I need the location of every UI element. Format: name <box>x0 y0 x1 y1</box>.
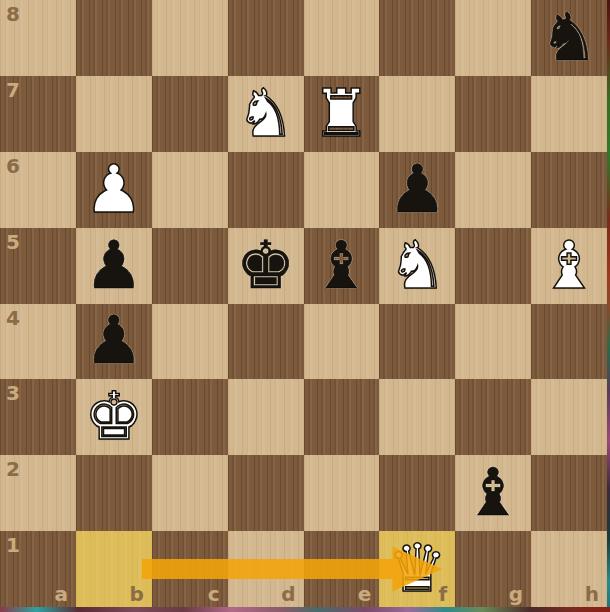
square-e6[interactable] <box>304 152 380 228</box>
square-h7[interactable] <box>531 76 607 152</box>
square-a2[interactable]: 2 <box>0 455 76 531</box>
square-g3[interactable] <box>455 379 531 455</box>
rank-label-1: 1 <box>6 535 20 555</box>
piece-black-bishop-g2[interactable]: ♝ <box>455 455 531 531</box>
square-e7[interactable]: ♜ <box>304 76 380 152</box>
square-g2[interactable]: ♝ <box>455 455 531 531</box>
rank-label-7: 7 <box>6 80 20 100</box>
file-label-d: d <box>281 584 295 604</box>
square-h2[interactable] <box>531 455 607 531</box>
square-a6[interactable]: 6 <box>0 152 76 228</box>
piece-white-pawn-b6[interactable]: ♟ <box>76 152 152 228</box>
square-g1[interactable]: g <box>455 531 531 607</box>
square-a7[interactable]: 7 <box>0 76 76 152</box>
square-d7[interactable]: ♞ <box>228 76 304 152</box>
rank-label-8: 8 <box>6 4 20 24</box>
square-e2[interactable] <box>304 455 380 531</box>
square-h4[interactable] <box>531 304 607 380</box>
square-f6[interactable]: ♟ <box>379 152 455 228</box>
square-f5[interactable]: ♞ <box>379 228 455 304</box>
square-d8[interactable] <box>228 0 304 76</box>
square-c4[interactable] <box>152 304 228 380</box>
square-e3[interactable] <box>304 379 380 455</box>
piece-black-knight-h8[interactable]: ♞ <box>531 0 607 76</box>
piece-white-rook-e7[interactable]: ♜ <box>304 76 380 152</box>
square-g8[interactable] <box>455 0 531 76</box>
square-c2[interactable] <box>152 455 228 531</box>
square-d2[interactable] <box>228 455 304 531</box>
piece-white-king-b3[interactable]: ♚ <box>76 379 152 455</box>
square-d6[interactable] <box>228 152 304 228</box>
square-b7[interactable] <box>76 76 152 152</box>
square-e1[interactable]: e <box>304 531 380 607</box>
square-a1[interactable]: 1a <box>0 531 76 607</box>
square-b8[interactable] <box>76 0 152 76</box>
square-c7[interactable] <box>152 76 228 152</box>
square-g7[interactable] <box>455 76 531 152</box>
file-label-c: c <box>208 584 220 604</box>
square-a8[interactable]: 8 <box>0 0 76 76</box>
piece-black-pawn-b5[interactable]: ♟ <box>76 228 152 304</box>
file-label-b: b <box>129 584 143 604</box>
piece-black-pawn-f6[interactable]: ♟ <box>379 152 455 228</box>
square-e8[interactable] <box>304 0 380 76</box>
square-b2[interactable] <box>76 455 152 531</box>
square-f1[interactable]: f♛ <box>379 531 455 607</box>
piece-white-knight-d7[interactable]: ♞ <box>228 76 304 152</box>
rank-label-2: 2 <box>6 459 20 479</box>
file-label-a: a <box>54 584 68 604</box>
rank-label-5: 5 <box>6 232 20 252</box>
square-h1[interactable]: h <box>531 531 607 607</box>
square-f2[interactable] <box>379 455 455 531</box>
square-b6[interactable]: ♟ <box>76 152 152 228</box>
square-a3[interactable]: 3 <box>0 379 76 455</box>
square-c5[interactable] <box>152 228 228 304</box>
chess-board: 8♞7♞♜6♟♟5♟♚♝♞♝4♟3♚2♝1abcdef♛gh <box>0 0 607 607</box>
square-g4[interactable] <box>455 304 531 380</box>
piece-white-bishop-h5[interactable]: ♝ <box>531 228 607 304</box>
square-h3[interactable] <box>531 379 607 455</box>
rank-label-3: 3 <box>6 383 20 403</box>
piece-black-bishop-e5[interactable]: ♝ <box>304 228 380 304</box>
square-b3[interactable]: ♚ <box>76 379 152 455</box>
square-c3[interactable] <box>152 379 228 455</box>
background-bottom-strip <box>0 607 610 612</box>
piece-black-king-d5[interactable]: ♚ <box>228 228 304 304</box>
square-e4[interactable] <box>304 304 380 380</box>
square-e5[interactable]: ♝ <box>304 228 380 304</box>
rank-label-6: 6 <box>6 156 20 176</box>
square-d1[interactable]: d <box>228 531 304 607</box>
square-a5[interactable]: 5 <box>0 228 76 304</box>
square-f4[interactable] <box>379 304 455 380</box>
square-a4[interactable]: 4 <box>0 304 76 380</box>
square-h8[interactable]: ♞ <box>531 0 607 76</box>
square-b1[interactable]: b <box>76 531 152 607</box>
square-g5[interactable] <box>455 228 531 304</box>
square-f7[interactable] <box>379 76 455 152</box>
square-b4[interactable]: ♟ <box>76 304 152 380</box>
square-h5[interactable]: ♝ <box>531 228 607 304</box>
square-f8[interactable] <box>379 0 455 76</box>
square-b5[interactable]: ♟ <box>76 228 152 304</box>
piece-white-queen-f1[interactable]: ♛ <box>379 531 455 607</box>
piece-black-pawn-b4[interactable]: ♟ <box>76 304 152 380</box>
square-g6[interactable] <box>455 152 531 228</box>
chess-board-app: 8♞7♞♜6♟♟5♟♚♝♞♝4♟3♚2♝1abcdef♛gh <box>0 0 610 612</box>
square-c6[interactable] <box>152 152 228 228</box>
piece-white-knight-f5[interactable]: ♞ <box>379 228 455 304</box>
square-d3[interactable] <box>228 379 304 455</box>
square-c8[interactable] <box>152 0 228 76</box>
square-c1[interactable]: c <box>152 531 228 607</box>
file-label-h: h <box>585 584 599 604</box>
rank-label-4: 4 <box>6 308 20 328</box>
file-label-e: e <box>358 584 372 604</box>
square-d5[interactable]: ♚ <box>228 228 304 304</box>
square-d4[interactable] <box>228 304 304 380</box>
square-h6[interactable] <box>531 152 607 228</box>
square-f3[interactable] <box>379 379 455 455</box>
file-label-g: g <box>509 584 523 604</box>
